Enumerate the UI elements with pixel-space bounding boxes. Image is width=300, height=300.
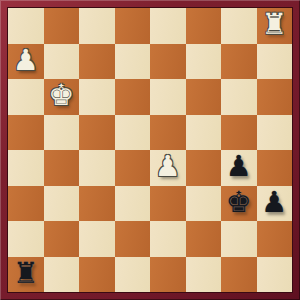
square-a3[interactable]	[8, 186, 44, 222]
square-f5[interactable]	[186, 115, 222, 151]
white-king[interactable]: ♚	[48, 81, 74, 110]
square-c1[interactable]	[79, 257, 115, 293]
square-h5[interactable]	[257, 115, 293, 151]
square-g2[interactable]	[221, 221, 257, 257]
square-c2[interactable]	[79, 221, 115, 257]
square-g8[interactable]	[221, 8, 257, 44]
white-pawn[interactable]: ♟	[13, 46, 39, 75]
square-b2[interactable]	[44, 221, 80, 257]
square-c5[interactable]	[79, 115, 115, 151]
chess-board-frame: ♜♟♚♟♟♚♟♜	[0, 0, 300, 300]
square-a1[interactable]: ♜	[8, 257, 44, 293]
square-a8[interactable]	[8, 8, 44, 44]
square-e8[interactable]	[150, 8, 186, 44]
square-c8[interactable]	[79, 8, 115, 44]
square-e7[interactable]	[150, 44, 186, 80]
square-b7[interactable]	[44, 44, 80, 80]
square-e1[interactable]	[150, 257, 186, 293]
square-a7[interactable]: ♟	[8, 44, 44, 80]
square-f2[interactable]	[186, 221, 222, 257]
square-f6[interactable]	[186, 79, 222, 115]
square-d6[interactable]	[115, 79, 151, 115]
square-b6[interactable]: ♚	[44, 79, 80, 115]
square-f4[interactable]	[186, 150, 222, 186]
square-a4[interactable]	[8, 150, 44, 186]
square-d2[interactable]	[115, 221, 151, 257]
square-b3[interactable]	[44, 186, 80, 222]
square-g7[interactable]	[221, 44, 257, 80]
square-b1[interactable]	[44, 257, 80, 293]
square-c7[interactable]	[79, 44, 115, 80]
square-h1[interactable]	[257, 257, 293, 293]
square-a2[interactable]	[8, 221, 44, 257]
square-g1[interactable]	[221, 257, 257, 293]
square-c3[interactable]	[79, 186, 115, 222]
square-a6[interactable]	[8, 79, 44, 115]
square-h8[interactable]: ♜	[257, 8, 293, 44]
square-h3[interactable]: ♟	[257, 186, 293, 222]
square-b5[interactable]	[44, 115, 80, 151]
square-g6[interactable]	[221, 79, 257, 115]
square-e6[interactable]	[150, 79, 186, 115]
square-f1[interactable]	[186, 257, 222, 293]
square-c4[interactable]	[79, 150, 115, 186]
square-d8[interactable]	[115, 8, 151, 44]
square-f8[interactable]	[186, 8, 222, 44]
square-f3[interactable]	[186, 186, 222, 222]
square-e2[interactable]	[150, 221, 186, 257]
square-d4[interactable]	[115, 150, 151, 186]
square-e5[interactable]	[150, 115, 186, 151]
black-rook[interactable]: ♜	[13, 259, 39, 288]
square-d1[interactable]	[115, 257, 151, 293]
square-g4[interactable]: ♟	[221, 150, 257, 186]
square-b8[interactable]	[44, 8, 80, 44]
square-e4[interactable]: ♟	[150, 150, 186, 186]
square-b4[interactable]	[44, 150, 80, 186]
black-pawn[interactable]: ♟	[261, 188, 287, 217]
square-c6[interactable]	[79, 79, 115, 115]
square-a5[interactable]	[8, 115, 44, 151]
square-h2[interactable]	[257, 221, 293, 257]
square-g5[interactable]	[221, 115, 257, 151]
black-king[interactable]: ♚	[226, 188, 252, 217]
square-d3[interactable]	[115, 186, 151, 222]
white-pawn[interactable]: ♟	[155, 152, 181, 181]
square-e3[interactable]	[150, 186, 186, 222]
square-h4[interactable]	[257, 150, 293, 186]
square-d7[interactable]	[115, 44, 151, 80]
square-f7[interactable]	[186, 44, 222, 80]
square-h7[interactable]	[257, 44, 293, 80]
white-rook[interactable]: ♜	[261, 10, 287, 39]
black-pawn[interactable]: ♟	[226, 152, 252, 181]
square-h6[interactable]	[257, 79, 293, 115]
square-g3[interactable]: ♚	[221, 186, 257, 222]
chess-board: ♜♟♚♟♟♚♟♜	[8, 8, 292, 292]
square-d5[interactable]	[115, 115, 151, 151]
